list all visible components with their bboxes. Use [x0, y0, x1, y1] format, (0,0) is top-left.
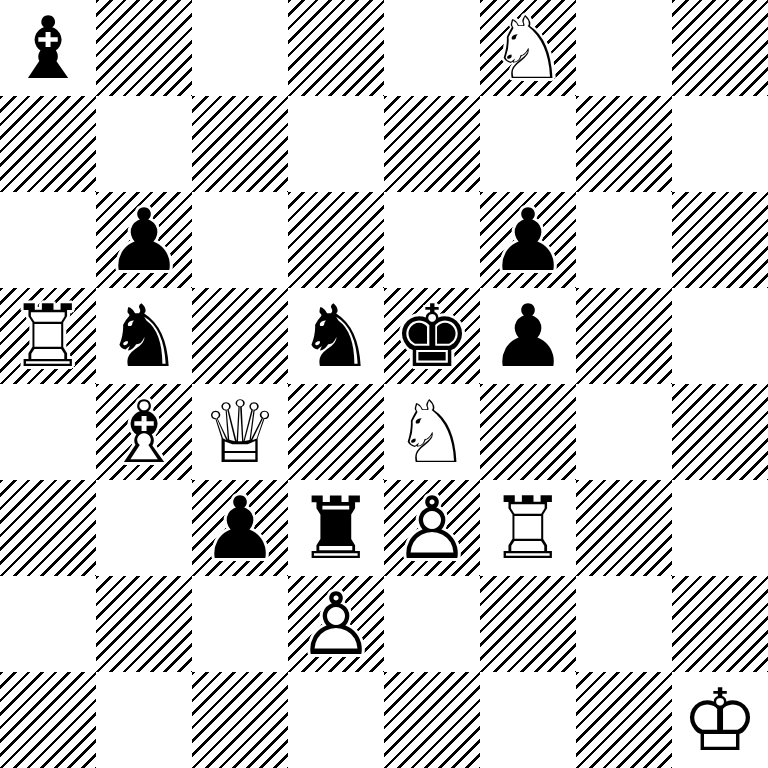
square-d7[interactable] [288, 96, 384, 192]
square-f2[interactable] [480, 576, 576, 672]
square-c5[interactable] [192, 288, 288, 384]
square-a3[interactable] [0, 480, 96, 576]
square-b3[interactable] [96, 480, 192, 576]
square-e2[interactable] [384, 576, 480, 672]
square-h4[interactable] [672, 384, 768, 480]
square-h8[interactable] [672, 0, 768, 96]
black-king-fill: ♚ [384, 288, 480, 384]
square-f6[interactable]: ♟♟ [480, 192, 576, 288]
square-f4[interactable] [480, 384, 576, 480]
square-e7[interactable] [384, 96, 480, 192]
square-c7[interactable] [192, 96, 288, 192]
square-d8[interactable] [288, 0, 384, 96]
square-b8[interactable] [96, 0, 192, 96]
white-knight-icon: ♘ [384, 384, 480, 480]
square-e3[interactable]: ♟♙ [384, 480, 480, 576]
square-c2[interactable] [192, 576, 288, 672]
square-g1[interactable] [576, 672, 672, 768]
square-c8[interactable] [192, 0, 288, 96]
square-a2[interactable] [0, 576, 96, 672]
chess-diagram: ♝♝♞♘♟♟♟♟♜♖♞♞♞♞♚♚♟♟♝♗♛♕♞♘♟♟♜♜♟♙♜♖♟♙♚♔ [0, 0, 768, 768]
square-d4[interactable] [288, 384, 384, 480]
black-knight-fill: ♞ [288, 288, 384, 384]
black-rook-fill: ♜ [288, 480, 384, 576]
black-pawn-fill: ♟ [480, 288, 576, 384]
square-g6[interactable] [576, 192, 672, 288]
square-a4[interactable] [0, 384, 96, 480]
black-pawn-fill: ♟ [96, 192, 192, 288]
square-h2[interactable] [672, 576, 768, 672]
square-f7[interactable] [480, 96, 576, 192]
white-rook-icon: ♖ [0, 288, 96, 384]
square-g7[interactable] [576, 96, 672, 192]
square-b4[interactable]: ♝♗ [96, 384, 192, 480]
square-f3[interactable]: ♜♖ [480, 480, 576, 576]
white-pawn-fill: ♟ [288, 576, 384, 672]
square-f1[interactable] [480, 672, 576, 768]
square-c6[interactable] [192, 192, 288, 288]
black-knight-icon: ♞ [288, 288, 384, 384]
square-e8[interactable] [384, 0, 480, 96]
square-c4[interactable]: ♛♕ [192, 384, 288, 480]
white-rook-fill: ♜ [480, 480, 576, 576]
square-a7[interactable] [0, 96, 96, 192]
square-c1[interactable] [192, 672, 288, 768]
square-g5[interactable] [576, 288, 672, 384]
white-pawn-fill: ♟ [384, 480, 480, 576]
black-knight-fill: ♞ [96, 288, 192, 384]
white-king-fill: ♚ [672, 672, 768, 768]
square-b2[interactable] [96, 576, 192, 672]
square-b5[interactable]: ♞♞ [96, 288, 192, 384]
black-bishop-icon: ♝ [0, 0, 96, 96]
white-knight-icon: ♘ [480, 0, 576, 96]
black-pawn-icon: ♟ [480, 192, 576, 288]
square-d5[interactable]: ♞♞ [288, 288, 384, 384]
square-g8[interactable] [576, 0, 672, 96]
black-pawn-fill: ♟ [480, 192, 576, 288]
black-king-icon: ♚ [384, 288, 480, 384]
black-pawn-icon: ♟ [192, 480, 288, 576]
white-queen-icon: ♕ [192, 384, 288, 480]
white-bishop-fill: ♝ [96, 384, 192, 480]
black-bishop-fill: ♝ [0, 0, 96, 96]
white-pawn-icon: ♙ [288, 576, 384, 672]
white-knight-fill: ♞ [480, 0, 576, 96]
square-b6[interactable]: ♟♟ [96, 192, 192, 288]
square-d2[interactable]: ♟♙ [288, 576, 384, 672]
square-a5[interactable]: ♜♖ [0, 288, 96, 384]
white-rook-icon: ♖ [480, 480, 576, 576]
square-h7[interactable] [672, 96, 768, 192]
square-d3[interactable]: ♜♜ [288, 480, 384, 576]
square-h1[interactable]: ♚♔ [672, 672, 768, 768]
square-h5[interactable] [672, 288, 768, 384]
square-g4[interactable] [576, 384, 672, 480]
square-e4[interactable]: ♞♘ [384, 384, 480, 480]
chess-board: ♝♝♞♘♟♟♟♟♜♖♞♞♞♞♚♚♟♟♝♗♛♕♞♘♟♟♜♜♟♙♜♖♟♙♚♔ [0, 0, 768, 768]
square-e1[interactable] [384, 672, 480, 768]
black-pawn-fill: ♟ [192, 480, 288, 576]
white-king-icon: ♔ [672, 672, 768, 768]
square-d1[interactable] [288, 672, 384, 768]
square-h6[interactable] [672, 192, 768, 288]
square-d6[interactable] [288, 192, 384, 288]
white-pawn-icon: ♙ [384, 480, 480, 576]
square-a8[interactable]: ♝♝ [0, 0, 96, 96]
square-a6[interactable] [0, 192, 96, 288]
black-pawn-icon: ♟ [480, 288, 576, 384]
square-c3[interactable]: ♟♟ [192, 480, 288, 576]
square-f8[interactable]: ♞♘ [480, 0, 576, 96]
white-knight-fill: ♞ [384, 384, 480, 480]
white-rook-fill: ♜ [0, 288, 96, 384]
square-h3[interactable] [672, 480, 768, 576]
square-e6[interactable] [384, 192, 480, 288]
square-g3[interactable] [576, 480, 672, 576]
black-rook-icon: ♜ [288, 480, 384, 576]
square-a1[interactable] [0, 672, 96, 768]
white-bishop-icon: ♗ [96, 384, 192, 480]
square-b7[interactable] [96, 96, 192, 192]
square-b1[interactable] [96, 672, 192, 768]
black-knight-icon: ♞ [96, 288, 192, 384]
square-e5[interactable]: ♚♚ [384, 288, 480, 384]
square-g2[interactable] [576, 576, 672, 672]
white-queen-fill: ♛ [192, 384, 288, 480]
square-f5[interactable]: ♟♟ [480, 288, 576, 384]
black-pawn-icon: ♟ [96, 192, 192, 288]
